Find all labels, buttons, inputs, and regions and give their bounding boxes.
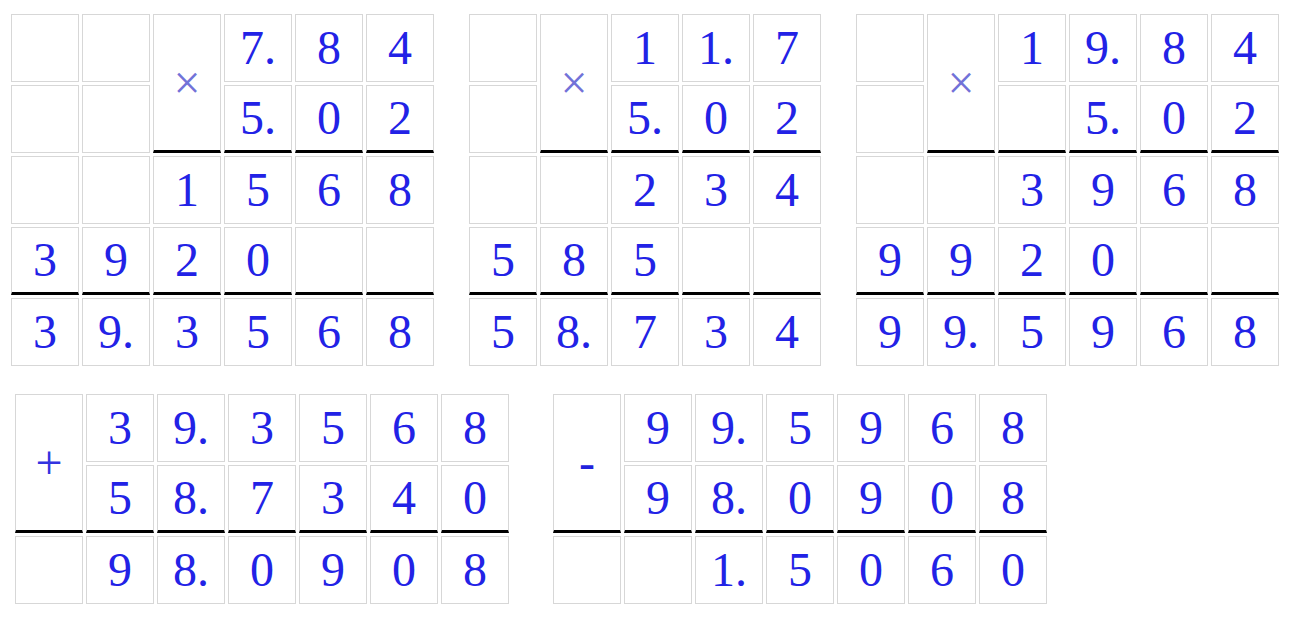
empty-cell-r3c4 <box>295 227 363 295</box>
empty-cell-r1c0 <box>856 85 924 153</box>
empty-cell-r2c1 <box>624 536 692 604</box>
digit-cell-r4c4: 6 <box>1140 298 1208 366</box>
worksheet-subtraction: -99.596898.09081.5060 <box>553 394 1047 604</box>
digit-cell-r1c4: 9 <box>837 465 905 533</box>
digit-cell-r4c1: 8. <box>540 298 608 366</box>
plus-operator-cell: + <box>15 394 83 533</box>
digit-cell-r2c4: 9 <box>299 536 367 604</box>
empty-cell-r3c4 <box>753 227 821 295</box>
digit-cell-r1c5: 0 <box>908 465 976 533</box>
empty-cell-r1c0 <box>11 85 79 153</box>
digit-cell-r2c5: 8 <box>366 156 434 224</box>
digit-cell-r1c5: 2 <box>1211 85 1279 153</box>
digit-cell-r1c2: 5. <box>611 85 679 153</box>
digit-cell-r0c4: 5 <box>299 394 367 462</box>
empty-cell-r0c1 <box>82 14 150 82</box>
digit-cell-r0c4: 7 <box>753 14 821 82</box>
digit-cell-r1c3: 5. <box>1069 85 1137 153</box>
empty-cell-r2c1 <box>540 156 608 224</box>
empty-cell-r2c1 <box>82 156 150 224</box>
digit-cell-r2c4: 6 <box>1140 156 1208 224</box>
digit-cell-r4c4: 4 <box>753 298 821 366</box>
digit-cell-r1c4: 3 <box>299 465 367 533</box>
digit-cell-r1c3: 0 <box>682 85 750 153</box>
digit-cell-r3c3: 0 <box>1069 227 1137 295</box>
digit-cell-r2c5: 0 <box>370 536 438 604</box>
digit-cell-r0c5: 4 <box>366 14 434 82</box>
digit-cell-r2c3: 3 <box>682 156 750 224</box>
digit-cell-r4c5: 8 <box>1211 298 1279 366</box>
digit-cell-r1c1: 9 <box>624 465 692 533</box>
worksheet-multiplication-3: ×19.845.023968992099.5968 <box>856 14 1279 366</box>
digit-cell-r2c4: 0 <box>837 536 905 604</box>
digit-cell-r4c2: 7 <box>611 298 679 366</box>
digit-cell-r4c1: 9. <box>82 298 150 366</box>
digit-cell-r1c3: 5. <box>224 85 292 153</box>
digit-cell-r1c6: 8 <box>979 465 1047 533</box>
digit-cell-r3c1: 9 <box>82 227 150 295</box>
digit-cell-r2c3: 5 <box>224 156 292 224</box>
digit-cell-r3c0: 9 <box>856 227 924 295</box>
digit-cell-r0c2: 9. <box>157 394 225 462</box>
digit-cell-r2c2: 2 <box>611 156 679 224</box>
empty-cell-r2c0 <box>469 156 537 224</box>
empty-cell-r1c2 <box>998 85 1066 153</box>
empty-cell-r1c1 <box>82 85 150 153</box>
digit-cell-r4c0: 9 <box>856 298 924 366</box>
digit-cell-r2c6: 8 <box>441 536 509 604</box>
empty-cell-r2c0 <box>856 156 924 224</box>
digit-cell-r4c5: 8 <box>366 298 434 366</box>
empty-cell-r3c4 <box>1140 227 1208 295</box>
digit-cell-r3c2: 5 <box>611 227 679 295</box>
worksheet-page: ×7.845.021568392039.3568 ×11.75.02234585… <box>0 0 1291 623</box>
digit-cell-r2c2: 1. <box>695 536 763 604</box>
empty-cell-r0c0 <box>469 14 537 82</box>
empty-cell-r3c5 <box>366 227 434 295</box>
digit-cell-r2c4: 4 <box>753 156 821 224</box>
digit-cell-r3c2: 2 <box>998 227 1066 295</box>
times-operator-cell: × <box>540 14 608 153</box>
digit-cell-r3c1: 9 <box>927 227 995 295</box>
empty-cell-r2c0 <box>15 536 83 604</box>
digit-cell-r2c4: 6 <box>295 156 363 224</box>
empty-cell-r2c1 <box>927 156 995 224</box>
digit-cell-r2c1: 9 <box>86 536 154 604</box>
digit-cell-r2c3: 5 <box>766 536 834 604</box>
digit-cell-r1c1: 5 <box>86 465 154 533</box>
digit-cell-r2c5: 6 <box>908 536 976 604</box>
digit-cell-r0c3: 7. <box>224 14 292 82</box>
digit-cell-r0c6: 8 <box>441 394 509 462</box>
digit-cell-r2c2: 8. <box>157 536 225 604</box>
digit-cell-r2c2: 3 <box>998 156 1066 224</box>
multiplication-row: ×7.845.021568392039.3568 ×11.75.02234585… <box>11 14 1291 366</box>
digit-cell-r1c5: 2 <box>366 85 434 153</box>
digit-cell-r2c5: 8 <box>1211 156 1279 224</box>
worksheet-multiplication-1: ×7.845.021568392039.3568 <box>11 14 434 366</box>
digit-cell-r4c1: 9. <box>927 298 995 366</box>
digit-cell-r0c4: 8 <box>295 14 363 82</box>
digit-cell-r2c3: 0 <box>228 536 296 604</box>
digit-cell-r1c2: 8. <box>695 465 763 533</box>
digit-cell-r1c2: 8. <box>157 465 225 533</box>
digit-cell-r0c3: 3 <box>228 394 296 462</box>
digit-cell-r0c2: 1 <box>998 14 1066 82</box>
empty-cell-r2c0 <box>11 156 79 224</box>
empty-cell-r1c0 <box>469 85 537 153</box>
digit-cell-r4c0: 3 <box>11 298 79 366</box>
digit-cell-r0c4: 9 <box>837 394 905 462</box>
digit-cell-r4c3: 3 <box>682 298 750 366</box>
digit-cell-r4c2: 3 <box>153 298 221 366</box>
worksheet-addition: +39.356858.734098.0908 <box>15 394 509 604</box>
times-operator-cell: × <box>153 14 221 153</box>
digit-cell-r4c4: 6 <box>295 298 363 366</box>
digit-cell-r3c1: 8 <box>540 227 608 295</box>
digit-cell-r0c1: 3 <box>86 394 154 462</box>
digit-cell-r4c0: 5 <box>469 298 537 366</box>
digit-cell-r2c6: 0 <box>979 536 1047 604</box>
digit-cell-r0c1: 9 <box>624 394 692 462</box>
digit-cell-r4c3: 5 <box>224 298 292 366</box>
empty-cell-r0c0 <box>856 14 924 82</box>
digit-cell-r0c4: 8 <box>1140 14 1208 82</box>
digit-cell-r0c6: 8 <box>979 394 1047 462</box>
empty-cell-r3c5 <box>1211 227 1279 295</box>
digit-cell-r1c4: 0 <box>1140 85 1208 153</box>
digit-cell-r1c5: 4 <box>370 465 438 533</box>
digit-cell-r3c0: 3 <box>11 227 79 295</box>
worksheet-multiplication-2: ×11.75.0223458558.734 <box>469 14 821 366</box>
empty-cell-r0c0 <box>11 14 79 82</box>
digit-cell-r0c3: 9. <box>1069 14 1137 82</box>
empty-cell-r2c0 <box>553 536 621 604</box>
addition-subtraction-row: +39.356858.734098.0908 -99.596898.09081.… <box>11 394 1291 604</box>
digit-cell-r0c2: 1 <box>611 14 679 82</box>
digit-cell-r0c5: 4 <box>1211 14 1279 82</box>
digit-cell-r3c3: 0 <box>224 227 292 295</box>
digit-cell-r4c3: 9 <box>1069 298 1137 366</box>
digit-cell-r4c2: 5 <box>998 298 1066 366</box>
digit-cell-r3c0: 5 <box>469 227 537 295</box>
digit-cell-r2c3: 9 <box>1069 156 1137 224</box>
digit-cell-r1c6: 0 <box>441 465 509 533</box>
digit-cell-r1c3: 7 <box>228 465 296 533</box>
digit-cell-r0c5: 6 <box>370 394 438 462</box>
digit-cell-r0c3: 1. <box>682 14 750 82</box>
digit-cell-r0c3: 5 <box>766 394 834 462</box>
minus-operator-cell: - <box>553 394 621 533</box>
digit-cell-r1c4: 0 <box>295 85 363 153</box>
digit-cell-r0c2: 9. <box>695 394 763 462</box>
empty-cell-r3c3 <box>682 227 750 295</box>
digit-cell-r0c5: 6 <box>908 394 976 462</box>
digit-cell-r2c2: 1 <box>153 156 221 224</box>
times-operator-cell: × <box>927 14 995 153</box>
digit-cell-r1c4: 2 <box>753 85 821 153</box>
digit-cell-r3c2: 2 <box>153 227 221 295</box>
digit-cell-r1c3: 0 <box>766 465 834 533</box>
